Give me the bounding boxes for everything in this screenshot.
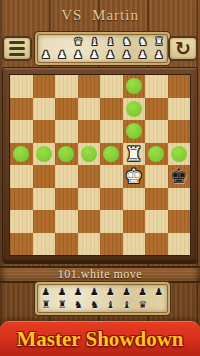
black-king[interactable]: ♚ <box>170 165 188 187</box>
square-a2[interactable] <box>10 210 33 233</box>
square-e3[interactable] <box>100 188 123 211</box>
refresh-icon: ↻ <box>175 39 191 58</box>
banner-ad[interactable]: Master Showdown <box>0 321 200 356</box>
opponent-title: VS Martin <box>0 7 200 24</box>
square-a1[interactable] <box>10 233 33 256</box>
square-f3[interactable] <box>123 188 146 211</box>
square-g1[interactable] <box>145 233 168 256</box>
square-e8[interactable] <box>100 75 123 98</box>
legal-move-dot[interactable] <box>13 146 29 162</box>
square-h2[interactable] <box>168 210 191 233</box>
square-h7[interactable] <box>168 98 191 121</box>
captured-w-pawn: ♟ <box>54 49 70 61</box>
legal-move-dot[interactable] <box>36 146 52 162</box>
square-e6[interactable] <box>100 120 123 143</box>
square-c1[interactable] <box>55 233 78 256</box>
captured-white-row-2: ♟♟♟♟♟♟♟♟ <box>38 49 167 61</box>
square-g8[interactable] <box>145 75 168 98</box>
legal-move-dot[interactable] <box>81 146 97 162</box>
board-frame: ♜♚♚ <box>2 67 198 264</box>
square-a5[interactable] <box>10 143 33 166</box>
captured-b-pawn: ♟ <box>119 286 135 298</box>
captured-w-pawn: ♟ <box>135 49 151 61</box>
captured-b-pawn: ♟ <box>103 286 119 298</box>
captured-b-pawn: ♟ <box>86 286 102 298</box>
legal-move-dot[interactable] <box>126 78 142 94</box>
square-d6[interactable] <box>78 120 101 143</box>
square-g5[interactable] <box>145 143 168 166</box>
square-c8[interactable] <box>55 75 78 98</box>
legal-move-dot[interactable] <box>58 146 74 162</box>
captured-w-queen: ♛ <box>70 36 86 48</box>
captured-b-rook: ♜ <box>38 299 54 311</box>
captured-b-queen: ♛ <box>135 299 151 311</box>
captured-b-pawn: ♟ <box>151 286 167 298</box>
captured-w-pawn: ♟ <box>38 49 54 61</box>
hamburger-icon <box>9 41 25 44</box>
square-a4[interactable] <box>10 165 33 188</box>
captured-w-knight: ♞ <box>119 36 135 48</box>
square-d5[interactable] <box>78 143 101 166</box>
square-a7[interactable] <box>10 98 33 121</box>
captured-w-pawn: ♟ <box>103 49 119 61</box>
captured-b-bishop: ♝ <box>119 299 135 311</box>
captured-white-row-1: ♛♝♝♞♞♜ <box>38 36 167 48</box>
square-b6[interactable] <box>33 120 56 143</box>
square-c7[interactable] <box>55 98 78 121</box>
square-c6[interactable] <box>55 120 78 143</box>
captured-w-knight: ♞ <box>135 36 151 48</box>
chess-board[interactable]: ♜♚♚ <box>10 75 190 255</box>
move-status-bar: 101.white move <box>0 266 200 283</box>
captured-black-row-1: ♟♟♟♟♟♟♟♟ <box>38 286 167 298</box>
empty-slot <box>151 299 167 311</box>
legal-move-dot[interactable] <box>126 101 142 117</box>
legal-move-dot[interactable] <box>148 146 164 162</box>
captured-b-pawn: ♟ <box>70 286 86 298</box>
captured-b-pawn: ♟ <box>135 286 151 298</box>
white-king[interactable]: ♚ <box>125 165 143 187</box>
captured-w-bishop: ♝ <box>86 36 102 48</box>
square-d2[interactable] <box>78 210 101 233</box>
captured-b-pawn: ♟ <box>38 286 54 298</box>
square-h5[interactable] <box>168 143 191 166</box>
square-e1[interactable] <box>100 233 123 256</box>
legal-move-dot[interactable] <box>103 146 119 162</box>
square-f6[interactable] <box>123 120 146 143</box>
square-b8[interactable] <box>33 75 56 98</box>
square-d8[interactable] <box>78 75 101 98</box>
captured-w-rook: ♜ <box>151 36 167 48</box>
square-d4[interactable] <box>78 165 101 188</box>
captured-w-bishop: ♝ <box>103 36 119 48</box>
square-b5[interactable] <box>33 143 56 166</box>
flip-board-button[interactable]: ↻ <box>168 36 198 61</box>
square-f8[interactable] <box>123 75 146 98</box>
square-b3[interactable] <box>33 188 56 211</box>
square-f5[interactable]: ♜ <box>123 143 146 166</box>
square-g7[interactable] <box>145 98 168 121</box>
banner-text: Master Showdown <box>16 327 183 352</box>
square-b4[interactable] <box>33 165 56 188</box>
square-g4[interactable] <box>145 165 168 188</box>
square-h4[interactable]: ♚ <box>168 165 191 188</box>
captured-black-pieces-tray: ♟♟♟♟♟♟♟♟ ♜♜♞♞♝♝♛ <box>37 284 168 313</box>
square-e5[interactable] <box>100 143 123 166</box>
captured-black-row-2: ♜♜♞♞♝♝♛ <box>38 299 167 311</box>
empty-slot <box>38 36 54 48</box>
menu-button[interactable] <box>2 36 32 61</box>
square-g3[interactable] <box>145 188 168 211</box>
square-d1[interactable] <box>78 233 101 256</box>
square-d3[interactable] <box>78 188 101 211</box>
captured-b-rook: ♜ <box>54 299 70 311</box>
square-c3[interactable] <box>55 188 78 211</box>
square-c2[interactable] <box>55 210 78 233</box>
captured-w-pawn: ♟ <box>86 49 102 61</box>
captured-b-knight: ♞ <box>86 299 102 311</box>
legal-move-dot[interactable] <box>171 146 187 162</box>
square-h1[interactable] <box>168 233 191 256</box>
square-a8[interactable] <box>10 75 33 98</box>
captured-b-pawn: ♟ <box>54 286 70 298</box>
captured-b-knight: ♞ <box>70 299 86 311</box>
square-e2[interactable] <box>100 210 123 233</box>
square-a6[interactable] <box>10 120 33 143</box>
square-c5[interactable] <box>55 143 78 166</box>
square-f2[interactable] <box>123 210 146 233</box>
captured-w-pawn: ♟ <box>70 49 86 61</box>
square-b7[interactable] <box>33 98 56 121</box>
move-status-label: 101.white move <box>58 267 142 282</box>
square-f7[interactable] <box>123 98 146 121</box>
empty-slot <box>54 36 70 48</box>
square-d7[interactable] <box>78 98 101 121</box>
square-f4[interactable]: ♚ <box>123 165 146 188</box>
square-b2[interactable] <box>33 210 56 233</box>
square-e4[interactable] <box>100 165 123 188</box>
square-h8[interactable] <box>168 75 191 98</box>
square-a3[interactable] <box>10 188 33 211</box>
square-c4[interactable] <box>55 165 78 188</box>
captured-w-pawn: ♟ <box>119 49 135 61</box>
square-f1[interactable] <box>123 233 146 256</box>
square-e7[interactable] <box>100 98 123 121</box>
square-h3[interactable] <box>168 188 191 211</box>
captured-b-bishop: ♝ <box>103 299 119 311</box>
square-h6[interactable] <box>168 120 191 143</box>
captured-w-pawn: ♟ <box>151 49 167 61</box>
square-g2[interactable] <box>145 210 168 233</box>
captured-white-pieces-tray: ♛♝♝♞♞♜ ♟♟♟♟♟♟♟♟ <box>37 34 168 63</box>
white-rook[interactable]: ♜ <box>125 143 143 165</box>
square-g6[interactable] <box>145 120 168 143</box>
legal-move-dot[interactable] <box>126 123 142 139</box>
square-b1[interactable] <box>33 233 56 256</box>
chess-app-screen: VS Martin ♛♝♝♞♞♜ ♟♟♟♟♟♟♟♟ ↻ ♜♚♚ 101.whit… <box>0 0 200 356</box>
